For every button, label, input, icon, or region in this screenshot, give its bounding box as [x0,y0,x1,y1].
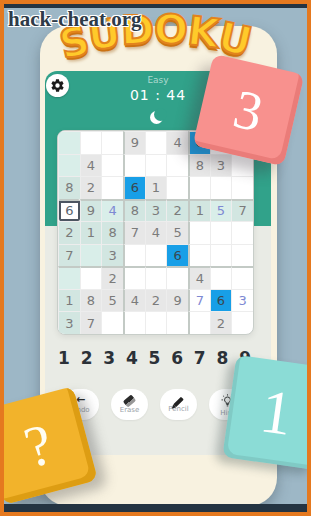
erase-button[interactable]: Erase [111,389,148,420]
sudoku-cell-r8c5[interactable]: 2 [145,289,167,312]
decor-card-1-value: 1 [256,375,297,450]
sudoku-cell-r2c3[interactable] [101,154,123,177]
sudoku-cell-r6c9[interactable] [231,244,253,267]
decor-card-1: 1 [222,355,311,470]
sudoku-cell-r7c9[interactable] [231,266,253,289]
logo-letter: O [153,5,189,52]
numpad-6[interactable]: 6 [171,348,183,368]
sudoku-cell-r5c8[interactable] [210,221,232,244]
sudoku-cell-r4c2[interactable]: 9 [80,199,102,222]
settings-button[interactable] [46,74,69,97]
sudoku-cell-r9c9[interactable] [231,311,253,334]
gear-icon [50,78,65,93]
sudoku-cell-r9c3[interactable] [101,311,123,334]
sudoku-cell-r6c8[interactable] [210,244,232,267]
sudoku-cell-r4c7[interactable]: 1 [188,199,210,222]
sudoku-cell-r3c2[interactable]: 2 [80,176,102,199]
numpad-2[interactable]: 2 [81,348,93,368]
sudoku-cell-r9c6[interactable] [166,311,188,334]
sudoku-cell-r8c2[interactable]: 8 [80,289,102,312]
watermark-text: hack-cheat.org [8,7,142,32]
sudoku-cell-r6c1[interactable]: 7 [58,244,80,267]
sudoku-cell-r3c1[interactable]: 8 [58,176,80,199]
sudoku-cell-r3c7[interactable] [188,176,210,199]
erase-label: Erase [120,406,140,414]
sudoku-cell-r3c8[interactable] [210,176,232,199]
sudoku-cell-r3c4[interactable]: 6 [123,176,145,199]
sudoku-cell-r8c1[interactable]: 1 [58,289,80,312]
sudoku-cell-r9c8[interactable]: 2 [210,311,232,334]
sudoku-cell-r9c5[interactable] [145,311,167,334]
sudoku-cell-r7c2[interactable] [80,266,102,289]
sudoku-cell-r7c1[interactable] [58,266,80,289]
sudoku-cell-r8c8[interactable]: 6 [210,289,232,312]
sudoku-cell-r6c7[interactable] [188,244,210,267]
sudoku-cell-r2c7[interactable]: 8 [188,154,210,177]
pencil-button[interactable]: Pencil [160,389,197,420]
sudoku-cell-r4c5[interactable]: 3 [145,199,167,222]
numpad-7[interactable]: 7 [194,348,206,368]
sudoku-cell-r2c8[interactable]: 3 [210,154,232,177]
moon-icon [150,111,163,124]
sudoku-cell-r3c5[interactable]: 1 [145,176,167,199]
sudoku-cell-r6c4[interactable] [123,244,145,267]
sudoku-cell-r7c4[interactable] [123,266,145,289]
sudoku-cell-r8c6[interactable]: 9 [166,289,188,312]
sudoku-cell-r8c9[interactable]: 3 [231,289,253,312]
sudoku-cell-r1c1[interactable] [58,131,80,154]
sudoku-cell-r1c6[interactable]: 4 [166,131,188,154]
numpad-1[interactable]: 1 [58,348,70,368]
numpad-3[interactable]: 3 [103,348,115,368]
sudoku-cell-r4c1[interactable]: 6 [58,199,80,222]
sudoku-cell-r7c5[interactable] [145,266,167,289]
sudoku-cell-r1c3[interactable] [101,131,123,154]
sudoku-cell-r5c7[interactable] [188,221,210,244]
sudoku-cell-r2c4[interactable] [123,154,145,177]
sudoku-cell-r9c7[interactable] [188,311,210,334]
sudoku-cell-r1c2[interactable] [80,131,102,154]
numpad-8[interactable]: 8 [216,348,228,368]
numpad-5[interactable]: 5 [149,348,161,368]
sudoku-cell-r8c4[interactable]: 4 [123,289,145,312]
sudoku-cell-r4c4[interactable]: 8 [123,199,145,222]
sudoku-cell-r9c2[interactable]: 7 [80,311,102,334]
sudoku-cell-r5c3[interactable]: 8 [101,221,123,244]
sudoku-cell-r2c6[interactable] [166,154,188,177]
sudoku-cell-r6c3[interactable]: 3 [101,244,123,267]
screenshot-stage: SUDOKU Easy 01 : 44 94648382616948321572… [0,0,311,516]
sudoku-cell-r3c9[interactable] [231,176,253,199]
decor-card-3-value: 3 [228,76,269,144]
number-pad: 123456789 [57,348,252,368]
sudoku-cell-r1c5[interactable] [145,131,167,154]
sudoku-cell-r4c8[interactable]: 5 [210,199,232,222]
sudoku-cell-r6c5[interactable] [145,244,167,267]
sudoku-cell-r2c1[interactable] [58,154,80,177]
sudoku-cell-r7c7[interactable]: 4 [188,266,210,289]
sudoku-board: 9464838261694832157218745736241854297633… [57,130,254,335]
sudoku-cell-r8c3[interactable]: 5 [101,289,123,312]
sudoku-cell-r7c3[interactable]: 2 [101,266,123,289]
sudoku-cell-r5c4[interactable]: 7 [123,221,145,244]
sudoku-cell-r7c8[interactable] [210,266,232,289]
sudoku-cell-r6c2[interactable] [80,244,102,267]
sudoku-cell-r5c2[interactable]: 1 [80,221,102,244]
sudoku-cell-r9c4[interactable] [123,311,145,334]
sudoku-cell-r4c3[interactable]: 4 [101,199,123,222]
sudoku-cell-r5c5[interactable]: 4 [145,221,167,244]
numpad-4[interactable]: 4 [126,348,138,368]
sudoku-cell-r4c6[interactable]: 2 [166,199,188,222]
decor-card-question-value: ? [17,410,59,481]
sudoku-cell-r4c9[interactable]: 7 [231,199,253,222]
sudoku-cell-r3c3[interactable] [101,176,123,199]
sudoku-cell-r2c5[interactable] [145,154,167,177]
sudoku-cell-r7c6[interactable] [166,266,188,289]
sudoku-cell-r5c9[interactable] [231,221,253,244]
sudoku-cell-r2c2[interactable]: 4 [80,154,102,177]
sudoku-cell-r6c6[interactable]: 6 [166,244,188,267]
decor-card-3: 3 [193,54,305,167]
sudoku-cell-r9c1[interactable]: 3 [58,311,80,334]
sudoku-cell-r8c7[interactable]: 7 [188,289,210,312]
sudoku-cell-r1c4[interactable]: 9 [123,131,145,154]
action-bar: ← Undo Erase Pencil Hint [62,389,246,420]
sudoku-cell-r5c1[interactable]: 2 [58,221,80,244]
sudoku-cell-r5c6[interactable]: 5 [166,221,188,244]
sudoku-cell-r3c6[interactable] [166,176,188,199]
